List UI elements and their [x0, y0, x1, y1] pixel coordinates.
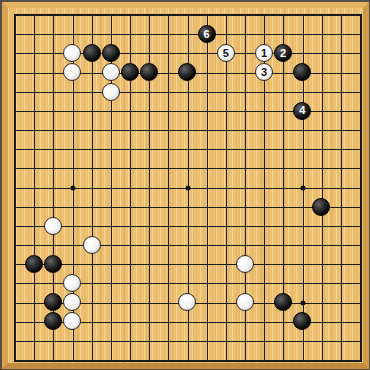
stone-black: [25, 255, 43, 273]
stone-black: [293, 63, 311, 81]
stone-white: [236, 255, 254, 273]
stone-black: [83, 44, 101, 62]
stone-black: [44, 255, 62, 273]
stones-grid: 651234: [5, 5, 369, 369]
stone-black-move-4: 4: [293, 102, 311, 120]
stone-black: [44, 312, 62, 330]
stone-black-move-2: 2: [274, 44, 292, 62]
stone-black: [121, 63, 139, 81]
stone-black: [178, 63, 196, 81]
stone-white: [63, 63, 81, 81]
stone-white: [102, 63, 120, 81]
stone-white: [236, 293, 254, 311]
move-number: 2: [280, 48, 286, 59]
move-number: 5: [223, 48, 229, 59]
stone-white: [63, 274, 81, 292]
stone-white-move-5: 5: [217, 44, 235, 62]
move-number: 4: [299, 105, 305, 116]
move-number: 3: [261, 67, 267, 78]
stone-white: [44, 217, 62, 235]
stone-white: [178, 293, 196, 311]
stone-white: [63, 293, 81, 311]
move-number: 6: [203, 29, 209, 40]
stone-white: [83, 236, 101, 254]
stone-black: [102, 44, 120, 62]
stone-black-move-6: 6: [198, 25, 216, 43]
stone-black: [274, 293, 292, 311]
stone-white-move-1: 1: [255, 44, 273, 62]
stone-white: [102, 83, 120, 101]
stone-black: [312, 198, 330, 216]
stone-black: [44, 293, 62, 311]
move-number: 1: [261, 48, 267, 59]
stone-white-move-3: 3: [255, 63, 273, 81]
stone-white: [63, 312, 81, 330]
stone-white: [63, 44, 81, 62]
stone-black: [140, 63, 158, 81]
go-board[interactable]: 651234: [0, 0, 370, 370]
stone-black: [293, 312, 311, 330]
